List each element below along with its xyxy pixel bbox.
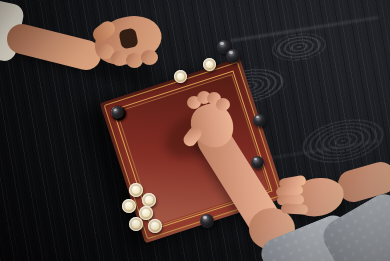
adult-knuckle — [141, 50, 158, 65]
checker-piece-white-loose[interactable] — [129, 183, 143, 197]
checker-piece-white-loose[interactable] — [203, 58, 216, 71]
checker-piece-black-loose[interactable] — [253, 114, 266, 127]
checker-piece-black-loose[interactable] — [226, 49, 240, 63]
checker-piece-black-loose[interactable] — [251, 156, 264, 169]
checker-piece-white-loose[interactable] — [148, 219, 162, 233]
checker-piece-white-loose[interactable] — [174, 70, 187, 83]
checker-piece-white-loose[interactable] — [129, 217, 143, 231]
checker-piece-white-loose[interactable] — [139, 206, 153, 220]
scene-root — [0, 0, 390, 261]
child-left-finger — [281, 203, 308, 214]
checker-piece-black-loose[interactable] — [200, 214, 214, 228]
checker-piece-white-loose[interactable] — [142, 193, 156, 207]
child-finger — [216, 98, 230, 111]
checker-piece-white-loose[interactable] — [122, 199, 136, 213]
